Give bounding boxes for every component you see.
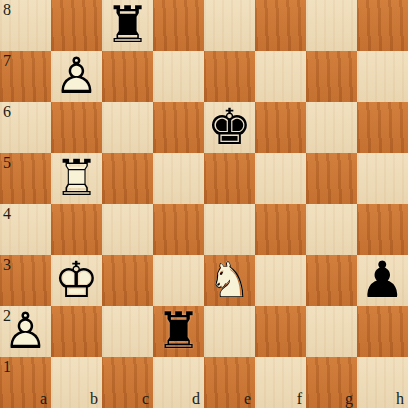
square-h5[interactable]	[357, 153, 408, 204]
square-a5[interactable]: 5	[0, 153, 51, 204]
square-f6[interactable]	[255, 102, 306, 153]
square-c6[interactable]	[102, 102, 153, 153]
white-piece-outline-glyph: ♔	[51, 255, 102, 306]
square-g6[interactable]	[306, 102, 357, 153]
square-f4[interactable]	[255, 204, 306, 255]
square-d8[interactable]	[153, 0, 204, 51]
square-h1[interactable]: h	[357, 357, 408, 408]
piece-white-king-b3[interactable]: ♚♔	[51, 255, 102, 306]
file-label-d: d	[192, 391, 200, 407]
square-e7[interactable]	[204, 51, 255, 102]
square-h2[interactable]	[357, 306, 408, 357]
square-g1[interactable]: g	[306, 357, 357, 408]
square-a2[interactable]: 2♟♙	[0, 306, 51, 357]
square-a6[interactable]: 6	[0, 102, 51, 153]
square-e5[interactable]	[204, 153, 255, 204]
piece-black-king-e6[interactable]: ♚	[204, 102, 255, 153]
rank-label-3: 3	[3, 257, 11, 273]
file-label-h: h	[396, 391, 404, 407]
file-label-b: b	[90, 391, 98, 407]
square-c4[interactable]	[102, 204, 153, 255]
square-d1[interactable]: d	[153, 357, 204, 408]
square-g2[interactable]	[306, 306, 357, 357]
square-e8[interactable]	[204, 0, 255, 51]
piece-white-rook-b5[interactable]: ♜♖	[51, 153, 102, 204]
square-e1[interactable]: e	[204, 357, 255, 408]
square-h7[interactable]	[357, 51, 408, 102]
square-d7[interactable]	[153, 51, 204, 102]
piece-black-pawn-h3[interactable]: ♟	[357, 255, 408, 306]
square-g7[interactable]	[306, 51, 357, 102]
piece-black-rook-c8[interactable]: ♜	[102, 0, 153, 51]
square-d3[interactable]	[153, 255, 204, 306]
piece-white-pawn-a2[interactable]: ♟♙	[0, 306, 51, 357]
white-piece-outline-glyph: ♘	[204, 255, 255, 306]
square-b4[interactable]	[51, 204, 102, 255]
square-f3[interactable]	[255, 255, 306, 306]
square-b2[interactable]	[51, 306, 102, 357]
piece-black-rook-d2[interactable]: ♜	[153, 306, 204, 357]
square-b5[interactable]: ♜♖	[51, 153, 102, 204]
rank-label-8: 8	[3, 2, 11, 18]
white-piece-outline-glyph: ♙	[0, 306, 51, 357]
square-g5[interactable]	[306, 153, 357, 204]
square-e2[interactable]	[204, 306, 255, 357]
square-d2[interactable]: ♜	[153, 306, 204, 357]
square-f5[interactable]	[255, 153, 306, 204]
square-c8[interactable]: ♜	[102, 0, 153, 51]
square-h3[interactable]: ♟	[357, 255, 408, 306]
white-piece-outline-glyph: ♙	[51, 51, 102, 102]
square-b7[interactable]: ♟♙	[51, 51, 102, 102]
file-label-f: f	[297, 391, 302, 407]
square-a3[interactable]: 3	[0, 255, 51, 306]
rank-label-1: 1	[3, 359, 11, 375]
square-h6[interactable]	[357, 102, 408, 153]
square-g4[interactable]	[306, 204, 357, 255]
square-c7[interactable]	[102, 51, 153, 102]
rank-label-7: 7	[3, 53, 11, 69]
file-label-a: a	[40, 391, 47, 407]
square-d4[interactable]	[153, 204, 204, 255]
square-h8[interactable]	[357, 0, 408, 51]
black-piece-glyph: ♜	[102, 0, 153, 51]
square-a1[interactable]: 1a	[0, 357, 51, 408]
black-piece-glyph: ♟	[357, 255, 408, 306]
square-d6[interactable]	[153, 102, 204, 153]
square-a8[interactable]: 8	[0, 0, 51, 51]
square-f1[interactable]: f	[255, 357, 306, 408]
square-c5[interactable]	[102, 153, 153, 204]
rank-label-6: 6	[3, 104, 11, 120]
chess-board: 8♜7♟♙6♚5♜♖43♚♔♞♘♟2♟♙♜1abcdefgh	[0, 0, 408, 408]
rank-label-5: 5	[3, 155, 11, 171]
square-a4[interactable]: 4	[0, 204, 51, 255]
file-label-e: e	[244, 391, 251, 407]
square-e3[interactable]: ♞♘	[204, 255, 255, 306]
square-c1[interactable]: c	[102, 357, 153, 408]
square-h4[interactable]	[357, 204, 408, 255]
square-d5[interactable]	[153, 153, 204, 204]
square-a7[interactable]: 7	[0, 51, 51, 102]
square-f2[interactable]	[255, 306, 306, 357]
square-c3[interactable]	[102, 255, 153, 306]
square-f7[interactable]	[255, 51, 306, 102]
square-g8[interactable]	[306, 0, 357, 51]
piece-white-pawn-b7[interactable]: ♟♙	[51, 51, 102, 102]
black-piece-glyph: ♚	[204, 102, 255, 153]
rank-label-4: 4	[3, 206, 11, 222]
square-b1[interactable]: b	[51, 357, 102, 408]
square-e4[interactable]	[204, 204, 255, 255]
square-b8[interactable]	[51, 0, 102, 51]
square-g3[interactable]	[306, 255, 357, 306]
file-label-g: g	[345, 391, 353, 407]
square-b6[interactable]	[51, 102, 102, 153]
square-c2[interactable]	[102, 306, 153, 357]
square-e6[interactable]: ♚	[204, 102, 255, 153]
square-f8[interactable]	[255, 0, 306, 51]
white-piece-outline-glyph: ♖	[51, 153, 102, 204]
black-piece-glyph: ♜	[153, 306, 204, 357]
piece-white-knight-e3[interactable]: ♞♘	[204, 255, 255, 306]
square-b3[interactable]: ♚♔	[51, 255, 102, 306]
file-label-c: c	[142, 391, 149, 407]
